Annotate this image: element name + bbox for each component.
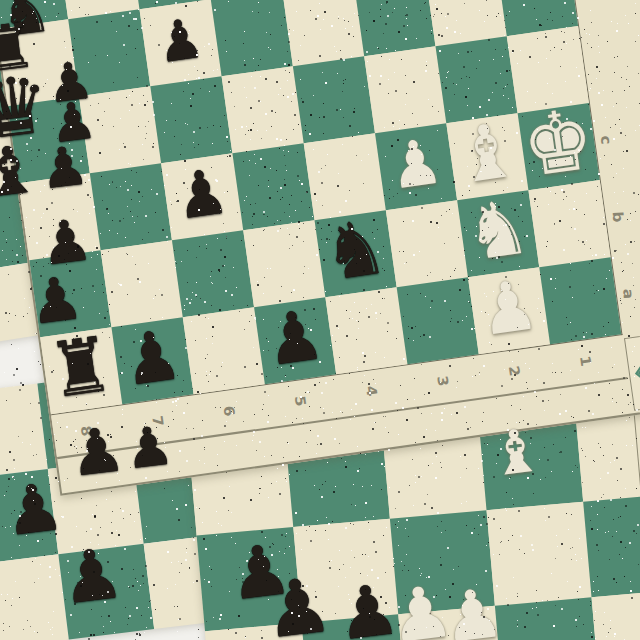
bottom-left-board-piece-black-pawn[interactable]: ♟ [57,537,128,614]
square-a8[interactable]: ♜ [40,327,122,414]
square-e6[interactable]: ♟ [139,0,221,86]
us-chess-logo-icon [635,336,640,403]
square-c5[interactable] [232,143,314,230]
square-d3[interactable] [364,46,446,133]
bottom-left-board-piece-black-pawn[interactable]: ♟ [66,418,129,486]
square-a4[interactable] [325,287,407,374]
bottom-board-square[interactable] [583,493,640,597]
square-a1[interactable] [539,257,621,344]
piece-black-pawn[interactable]: ♟ [262,300,328,376]
rank-label: 1 [577,355,594,368]
square-e5[interactable] [211,0,293,76]
photo-scene: bcd US CH abc ♟♟♟♝♚♞♞♜♟♟♟ US CHESS abc 8… [0,0,640,640]
square-a2[interactable]: ♟ [468,267,550,354]
bottom-board-square[interactable] [487,502,592,606]
square-c3[interactable]: ♟ [375,123,457,210]
square-a5[interactable]: ♟ [254,297,336,384]
bottom-board-square[interactable] [495,597,600,640]
rank-label: 5 [292,395,309,408]
piece-white-king[interactable]: ♚ [518,97,599,190]
square-d4[interactable] [293,56,375,143]
square-c7[interactable] [90,163,172,250]
rank-label: 4 [363,385,380,398]
file-label: b [610,211,627,223]
rank-label: 6 [220,405,237,418]
bottom-board-square[interactable] [592,589,640,640]
square-e4[interactable] [282,0,364,66]
square-c1[interactable]: ♚ [518,103,600,190]
piece-black-rook[interactable]: ♜ [44,326,117,410]
square-b3[interactable] [386,200,468,287]
bottom-left-board-piece-black-pawn[interactable]: ♟ [1,474,68,547]
piece-black-pawn[interactable]: ♟ [154,11,207,72]
neighbor-board-piece-black-pawn[interactable]: ♟ [26,267,87,333]
bottom-board-piece-white-bishop[interactable]: ♝ [486,419,547,485]
rank-label: 2 [506,365,523,378]
piece-white-pawn[interactable]: ♟ [475,270,541,346]
square-d5[interactable] [222,66,304,153]
piece-white-knight[interactable]: ♞ [461,189,534,273]
piece-black-pawn[interactable]: ♟ [119,320,185,396]
square-a7[interactable]: ♟ [111,317,193,404]
square-b4[interactable]: ♞ [315,210,397,297]
square-c6[interactable]: ♟ [161,153,243,240]
square-d6[interactable] [150,76,232,163]
file-label: c [598,135,615,145]
piece-black-knight[interactable]: ♞ [319,209,392,293]
square-a3[interactable] [397,277,479,364]
piece-white-pawn[interactable]: ♟ [386,130,446,199]
bottom-board-piece-black-pawn[interactable]: ♟ [260,566,337,640]
square-b1[interactable] [528,180,610,267]
bottom-board-piece-white-pawn[interactable]: ♟ [439,579,508,640]
square-b6[interactable] [172,230,254,317]
neighbor-board-piece-black-pawn[interactable]: ♟ [37,138,92,197]
file-label: a [620,288,637,299]
bottom-left-board-piece-black-pawn[interactable]: ♟ [122,418,177,477]
square-a6[interactable] [183,307,265,394]
rank-label: 3 [434,375,451,388]
piece-black-pawn[interactable]: ♟ [172,160,232,229]
